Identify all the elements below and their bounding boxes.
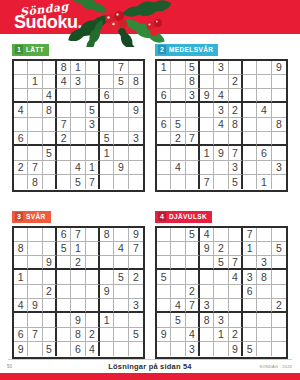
difficulty-badge-1: 1 LÄTT xyxy=(12,44,49,56)
cell-r3c3 xyxy=(186,256,200,270)
difficulty-badge-4: 4 DJÄVULSK xyxy=(155,211,212,223)
sudoku-grid-1: 817143584648597362535127419857 xyxy=(12,59,145,192)
cell-r2c8 xyxy=(257,75,271,89)
cell-r5c1 xyxy=(14,285,28,299)
cell-r4c9: 2 xyxy=(129,270,143,284)
cell-r7c8 xyxy=(114,313,128,327)
cell-r4c5 xyxy=(214,270,228,284)
cell-r1c5: 3 xyxy=(214,61,228,75)
cell-r1c8: 7 xyxy=(114,61,128,75)
cell-r6c9 xyxy=(272,132,286,146)
cell-r6c1 xyxy=(157,132,171,146)
cell-r1c2 xyxy=(28,228,42,242)
cell-r1c1 xyxy=(14,228,28,242)
cell-r6c4: 2 xyxy=(57,132,71,146)
cell-r2c5: 1 xyxy=(71,242,85,256)
cell-r9c6: 9 xyxy=(229,342,243,356)
cell-r7c4: 1 xyxy=(200,146,214,160)
cell-r1c9 xyxy=(272,228,286,242)
cell-r7c7: 1 xyxy=(100,146,114,160)
cell-r5c1 xyxy=(14,118,28,132)
cell-r2c9: 5 xyxy=(272,242,286,256)
cell-r7c7 xyxy=(243,313,257,327)
cell-r8c8 xyxy=(257,161,271,175)
cell-r3c4 xyxy=(200,256,214,270)
cell-r6c4: 3 xyxy=(200,299,214,313)
cell-r9c9 xyxy=(272,175,286,189)
cell-r8c6: 2 xyxy=(229,328,243,342)
cell-r7c3 xyxy=(43,313,57,327)
cell-r9c4 xyxy=(57,342,71,356)
cell-r9c6: 5 xyxy=(229,175,243,189)
sudoku-grid-3: 678985147921522949391678259564 xyxy=(12,226,145,359)
cell-r8c7 xyxy=(243,328,257,342)
cell-r4c7 xyxy=(100,270,114,284)
cell-r4c2 xyxy=(28,103,42,117)
cell-r3c5: 4 xyxy=(214,89,228,103)
cell-r3c8 xyxy=(257,89,271,103)
cell-r3c1: 6 xyxy=(157,89,171,103)
cell-r4c9 xyxy=(272,270,286,284)
cell-r6c6 xyxy=(86,299,100,313)
cell-r6c2: 2 xyxy=(171,132,185,146)
cell-r4c9 xyxy=(272,103,286,117)
cell-r7c1 xyxy=(14,313,28,327)
cell-r5c1: 6 xyxy=(157,118,171,132)
cell-r5c8 xyxy=(257,285,271,299)
cell-r1c2 xyxy=(171,228,185,242)
cell-r4c3: 8 xyxy=(43,103,57,117)
cell-r7c2 xyxy=(28,313,42,327)
cell-r7c7 xyxy=(243,146,257,160)
cell-r2c6 xyxy=(229,242,243,256)
cell-r2c4: 5 xyxy=(57,242,71,256)
cell-r3c7 xyxy=(100,256,114,270)
cell-r1c7 xyxy=(243,61,257,75)
cell-r1c8 xyxy=(257,61,271,75)
cell-r9c8 xyxy=(257,342,271,356)
cell-r8c2: 7 xyxy=(28,328,42,342)
cell-r1c6 xyxy=(229,228,243,242)
cell-r1c1 xyxy=(157,228,171,242)
cell-r7c2 xyxy=(28,146,42,160)
cell-r4c5: 3 xyxy=(214,103,228,117)
cell-r7c7: 1 xyxy=(100,313,114,327)
cell-r3c6 xyxy=(86,89,100,103)
cell-r6c9: 2 xyxy=(272,299,286,313)
cell-r1c9: 9 xyxy=(129,228,143,242)
cell-r6c5 xyxy=(214,299,228,313)
cell-r8c9: 3 xyxy=(272,161,286,175)
cell-r6c6 xyxy=(229,299,243,313)
cell-r5c9: 8 xyxy=(272,118,286,132)
cell-r8c4 xyxy=(200,161,214,175)
cell-r6c4 xyxy=(57,299,71,313)
cell-r5c1 xyxy=(157,285,171,299)
cell-r4c6 xyxy=(86,270,100,284)
cell-r9c1: 9 xyxy=(14,342,28,356)
cell-r8c2: 7 xyxy=(28,161,42,175)
cell-r9c8 xyxy=(114,342,128,356)
cell-r9c7 xyxy=(100,342,114,356)
cell-r7c4: 8 xyxy=(200,313,214,327)
cell-r6c8 xyxy=(114,132,128,146)
cell-r4c8 xyxy=(114,103,128,117)
cell-r4c1: 4 xyxy=(14,103,28,117)
cell-r4c6: 5 xyxy=(86,103,100,117)
cell-r3c2 xyxy=(171,256,185,270)
cell-r7c1 xyxy=(14,146,28,160)
cell-r8c3 xyxy=(43,161,57,175)
cell-r8c6: 2 xyxy=(86,328,100,342)
cell-r6c6 xyxy=(86,132,100,146)
cell-r1c3 xyxy=(43,61,57,75)
cell-r1c4: 8 xyxy=(57,61,71,75)
cell-r9c3 xyxy=(186,175,200,189)
cell-r2c6: 2 xyxy=(229,75,243,89)
cell-r9c2 xyxy=(171,342,185,356)
cell-r8c9 xyxy=(129,161,143,175)
cell-r8c1: 6 xyxy=(14,328,28,342)
cell-r1c8 xyxy=(114,228,128,242)
cell-r5c3 xyxy=(43,118,57,132)
cell-r7c5: 9 xyxy=(71,313,85,327)
cell-r7c2: 5 xyxy=(171,313,185,327)
cell-r1c1: 1 xyxy=(157,61,171,75)
cell-r8c7 xyxy=(243,161,257,175)
cell-r5c5 xyxy=(214,285,228,299)
cell-r4c6: 2 xyxy=(229,103,243,117)
cell-r3c2 xyxy=(28,256,42,270)
cell-r8c8 xyxy=(257,328,271,342)
cell-r5c6: 3 xyxy=(86,118,100,132)
cell-r2c8: 4 xyxy=(114,242,128,256)
cell-r1c8 xyxy=(257,228,271,242)
cell-r3c1 xyxy=(14,89,28,103)
cell-r1c9 xyxy=(129,61,143,75)
cell-r1c2 xyxy=(171,61,185,75)
cell-r9c1 xyxy=(157,175,171,189)
cell-r1c9: 9 xyxy=(272,61,286,75)
cell-r9c3 xyxy=(43,175,57,189)
cell-r4c5 xyxy=(71,103,85,117)
cell-r3c4 xyxy=(57,256,71,270)
cell-r3c9 xyxy=(272,256,286,270)
cell-r3c3: 3 xyxy=(186,89,200,103)
cell-r4c8: 5 xyxy=(114,270,128,284)
edition-note: SÖNDAG · 2023 xyxy=(260,364,292,369)
cell-r8c8 xyxy=(114,328,128,342)
cell-r5c5 xyxy=(71,118,85,132)
difficulty-label: SVÅR xyxy=(26,212,46,221)
cell-r4c4 xyxy=(200,103,214,117)
cell-r2c6 xyxy=(86,242,100,256)
cell-r5c8 xyxy=(114,285,128,299)
cell-r7c8: 6 xyxy=(257,146,271,160)
cell-r9c5 xyxy=(214,342,228,356)
cell-r3c7 xyxy=(243,89,257,103)
cell-r4c7 xyxy=(243,103,257,117)
cell-r5c2 xyxy=(28,118,42,132)
cell-r3c5 xyxy=(71,89,85,103)
cell-r6c7 xyxy=(243,132,257,146)
cell-r4c2 xyxy=(171,270,185,284)
cell-r2c5 xyxy=(214,75,228,89)
cell-r2c7 xyxy=(100,75,114,89)
cell-r2c2 xyxy=(171,242,185,256)
cell-r4c8: 8 xyxy=(257,270,271,284)
cell-r7c1 xyxy=(157,146,171,160)
cell-r5c3: 2 xyxy=(43,285,57,299)
cell-r8c7 xyxy=(100,328,114,342)
cell-r2c7 xyxy=(243,75,257,89)
cell-r7c1 xyxy=(157,313,171,327)
cell-r3c6: 7 xyxy=(229,256,243,270)
cell-r5c8 xyxy=(257,118,271,132)
cell-r5c3 xyxy=(186,118,200,132)
cell-r8c8: 9 xyxy=(114,161,128,175)
cell-r7c6: 7 xyxy=(229,146,243,160)
cell-r8c3 xyxy=(43,328,57,342)
cell-r6c9: 3 xyxy=(129,299,143,313)
cell-r7c8 xyxy=(114,146,128,160)
cell-r5c8 xyxy=(114,118,128,132)
cell-r8c6: 3 xyxy=(229,161,243,175)
cell-r5c2 xyxy=(171,285,185,299)
difficulty-badge-3: 3 SVÅR xyxy=(12,211,51,223)
cell-r9c9 xyxy=(129,342,143,356)
difficulty-number: 3 xyxy=(15,212,23,221)
cell-r3c8 xyxy=(114,256,128,270)
cell-r3c6 xyxy=(86,256,100,270)
cell-r3c7 xyxy=(243,256,257,270)
cell-r8c5 xyxy=(214,161,228,175)
cell-r7c9 xyxy=(272,313,286,327)
cell-r6c4 xyxy=(200,132,214,146)
cell-r1c6 xyxy=(86,61,100,75)
cell-r3c6 xyxy=(229,89,243,103)
cell-r4c3 xyxy=(186,103,200,117)
cell-r7c5 xyxy=(71,146,85,160)
cell-r9c1 xyxy=(14,175,28,189)
cell-r2c1 xyxy=(157,242,171,256)
cell-r2c9: 8 xyxy=(129,75,143,89)
cell-r8c9 xyxy=(272,328,286,342)
cell-r3c2 xyxy=(171,89,185,103)
cell-r6c2 xyxy=(28,132,42,146)
cell-r6c5 xyxy=(71,299,85,313)
cell-r6c3: 7 xyxy=(186,132,200,146)
cell-r6c1: 6 xyxy=(14,132,28,146)
cell-r9c4: 7 xyxy=(200,175,214,189)
cell-r2c4: 9 xyxy=(200,242,214,256)
cell-r1c7: 7 xyxy=(243,228,257,242)
cell-r2c6 xyxy=(86,75,100,89)
cell-r9c7 xyxy=(243,175,257,189)
puzzle-4-djavulsk: 4 DJÄVULSK 54792155735438264732583941239… xyxy=(155,205,288,359)
cell-r9c2: 8 xyxy=(28,175,42,189)
cell-r7c2 xyxy=(171,146,185,160)
cell-r5c7 xyxy=(243,118,257,132)
cell-r6c1: 4 xyxy=(14,299,28,313)
difficulty-label: DJÄVULSK xyxy=(169,212,207,221)
difficulty-number: 1 xyxy=(15,45,23,54)
solutions-note: Lösningar på sidan 54 xyxy=(0,362,300,371)
cell-r2c2 xyxy=(28,242,42,256)
cell-r7c3 xyxy=(186,146,200,160)
cell-r4c3 xyxy=(186,270,200,284)
cell-r5c6 xyxy=(229,285,243,299)
cell-r4c7 xyxy=(100,103,114,117)
cell-r6c8 xyxy=(257,132,271,146)
cell-r2c3: 8 xyxy=(186,75,200,89)
cell-r2c1 xyxy=(157,75,171,89)
cell-r9c5: 5 xyxy=(71,175,85,189)
cell-r5c9 xyxy=(129,285,143,299)
cell-r1c7: 8 xyxy=(100,228,114,242)
cell-r6c6 xyxy=(229,132,243,146)
cell-r9c9 xyxy=(129,175,143,189)
sudoku-grid-4: 547921557354382647325839412395 xyxy=(155,226,288,359)
cell-r2c5: 3 xyxy=(71,75,85,89)
cell-r2c3 xyxy=(186,242,200,256)
cell-r4c1: 1 xyxy=(14,270,28,284)
cell-r7c6 xyxy=(86,313,100,327)
cell-r8c5: 4 xyxy=(71,161,85,175)
cell-r4c1: 5 xyxy=(157,270,171,284)
cell-r4c2 xyxy=(28,270,42,284)
cell-r8c1 xyxy=(157,161,171,175)
cell-r9c8: 1 xyxy=(257,175,271,189)
cell-r3c4: 9 xyxy=(200,89,214,103)
cell-r8c4 xyxy=(200,328,214,342)
cell-r1c3: 5 xyxy=(186,61,200,75)
cell-r4c3 xyxy=(43,270,57,284)
cell-r5c9 xyxy=(129,118,143,132)
difficulty-number: 4 xyxy=(158,212,166,221)
cell-r3c1 xyxy=(14,256,28,270)
puzzle-1-latt: 1 LÄTT 817143584648597362535127419857 xyxy=(12,38,145,192)
cell-r9c1 xyxy=(157,342,171,356)
cell-r3c9 xyxy=(129,256,143,270)
cell-r7c6 xyxy=(86,146,100,160)
cell-r1c5: 1 xyxy=(71,61,85,75)
cell-r5c7: 9 xyxy=(100,285,114,299)
cell-r1c5: 7 xyxy=(71,228,85,242)
cell-r9c3: 3 xyxy=(186,342,200,356)
cell-r9c4 xyxy=(57,175,71,189)
cell-r8c2: 4 xyxy=(171,161,185,175)
cell-r9c5 xyxy=(214,175,228,189)
footer-divider xyxy=(8,359,292,360)
cell-r2c3 xyxy=(43,242,57,256)
cell-r7c3 xyxy=(186,313,200,327)
cell-r7c5: 9 xyxy=(214,146,228,160)
cell-r2c9: 7 xyxy=(129,242,143,256)
cell-r2c4: 4 xyxy=(57,75,71,89)
cell-r1c4: 6 xyxy=(57,228,71,242)
cell-r8c4 xyxy=(57,328,71,342)
cell-r6c3 xyxy=(43,132,57,146)
cell-r8c9: 5 xyxy=(129,328,143,342)
cell-r1c6 xyxy=(229,61,243,75)
puzzle-3-svar: 3 SVÅR 678985147921522949391678259564 xyxy=(12,205,145,359)
sudoku-grid-2: 153982639432465488271976433751 xyxy=(155,59,288,192)
cell-r3c2 xyxy=(28,89,42,103)
cell-r3c8: 3 xyxy=(257,256,271,270)
cell-r8c7 xyxy=(100,161,114,175)
cell-r1c7 xyxy=(100,61,114,75)
cell-r2c1 xyxy=(14,75,28,89)
cell-r8c5: 8 xyxy=(71,328,85,342)
cell-r9c2 xyxy=(28,342,42,356)
cell-r4c8: 4 xyxy=(257,103,271,117)
cell-r4c6: 4 xyxy=(229,270,243,284)
cell-r1c5 xyxy=(214,228,228,242)
cell-r7c3: 5 xyxy=(43,146,57,160)
cell-r5c7 xyxy=(100,118,114,132)
cell-r6c2: 4 xyxy=(171,299,185,313)
cell-r1c1 xyxy=(14,61,28,75)
cell-r4c4 xyxy=(200,270,214,284)
cell-r3c5: 2 xyxy=(71,256,85,270)
cell-r9c7 xyxy=(100,175,114,189)
puzzle-2-medelsvar: 2 MEDELSVÅR 1539826394324654882719764337… xyxy=(155,38,288,192)
cell-r4c7: 3 xyxy=(243,270,257,284)
cell-r2c3 xyxy=(43,75,57,89)
cell-r8c4 xyxy=(57,161,71,175)
cell-r1c3 xyxy=(43,228,57,242)
cell-r9c6: 4 xyxy=(86,342,100,356)
difficulty-label: LÄTT xyxy=(26,45,44,54)
cell-r4c1 xyxy=(157,103,171,117)
cell-r4c4 xyxy=(57,103,71,117)
cell-r5c4 xyxy=(200,118,214,132)
cell-r3c5: 5 xyxy=(214,256,228,270)
cell-r1c2 xyxy=(28,61,42,75)
cell-r8c1: 2 xyxy=(14,161,28,175)
cell-r1c3: 5 xyxy=(186,228,200,242)
cell-r8c1: 9 xyxy=(157,328,171,342)
cell-r2c8 xyxy=(257,242,271,256)
cell-r5c4 xyxy=(57,285,71,299)
cell-r5c9 xyxy=(272,285,286,299)
cell-r8c3: 4 xyxy=(186,328,200,342)
cell-r5c3: 2 xyxy=(186,285,200,299)
cell-r8c6: 1 xyxy=(86,161,100,175)
cell-r7c5: 3 xyxy=(214,313,228,327)
cell-r9c3: 5 xyxy=(43,342,57,356)
cell-r2c1: 8 xyxy=(14,242,28,256)
cell-r3c3: 4 xyxy=(43,89,57,103)
cell-r9c9 xyxy=(272,342,286,356)
cell-r2c9 xyxy=(272,75,286,89)
cell-r6c3 xyxy=(43,299,57,313)
cell-r6c5 xyxy=(71,132,85,146)
cell-r4c9: 9 xyxy=(129,103,143,117)
cell-r5c4: 7 xyxy=(57,118,71,132)
cell-r2c2: 1 xyxy=(28,75,42,89)
cell-r1c4 xyxy=(200,61,214,75)
cell-r8c2 xyxy=(171,328,185,342)
cell-r6c8 xyxy=(114,299,128,313)
cell-r7c6 xyxy=(229,313,243,327)
cell-r5c5 xyxy=(71,285,85,299)
cell-r9c4 xyxy=(200,342,214,356)
cell-r2c8: 5 xyxy=(114,75,128,89)
cell-r6c7: 5 xyxy=(100,132,114,146)
cell-r7c9 xyxy=(129,146,143,160)
